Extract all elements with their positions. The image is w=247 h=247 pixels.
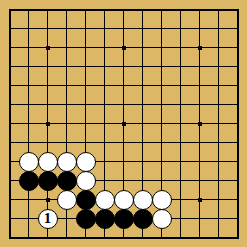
white-stone[interactable] [114, 190, 134, 210]
white-stone[interactable] [57, 190, 77, 210]
white-stone[interactable] [57, 152, 77, 172]
white-stone[interactable] [76, 171, 96, 191]
white-stone[interactable] [95, 190, 115, 210]
black-stone[interactable] [114, 209, 134, 229]
black-stone[interactable] [57, 171, 77, 191]
white-stone[interactable] [19, 152, 39, 172]
move-number-label: 1 [44, 211, 52, 226]
white-stone[interactable]: 1 [38, 209, 58, 229]
white-stone[interactable] [152, 190, 172, 210]
black-stone[interactable] [76, 190, 96, 210]
black-stone[interactable] [38, 171, 58, 191]
black-stone[interactable] [133, 209, 153, 229]
black-stone[interactable] [95, 209, 115, 229]
white-stone[interactable] [76, 152, 96, 172]
go-board[interactable]: 1 [0, 0, 247, 247]
white-stone[interactable] [152, 209, 172, 229]
white-stone[interactable] [133, 190, 153, 210]
stones-layer: 1 [0, 0, 247, 247]
black-stone[interactable] [76, 209, 96, 229]
go-diagram: 1 [0, 0, 247, 247]
white-stone[interactable] [38, 152, 58, 172]
black-stone[interactable] [19, 171, 39, 191]
